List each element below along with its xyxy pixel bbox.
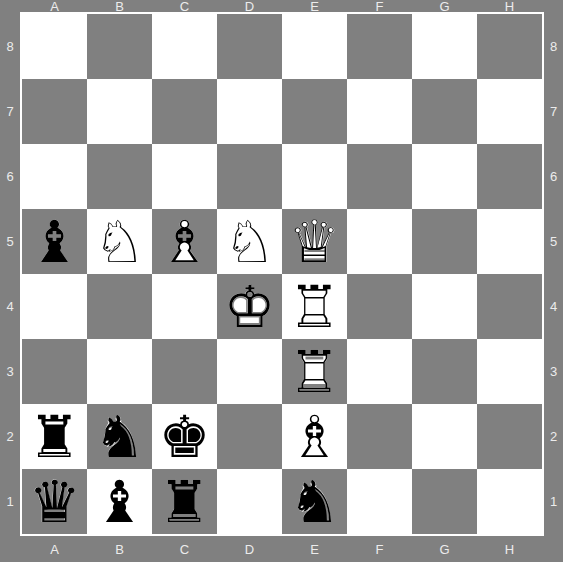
square-h6[interactable]	[477, 144, 542, 209]
square-e7[interactable]	[282, 79, 347, 144]
white-bishop-outline-glyph: ♗	[282, 404, 347, 469]
piece-black-knight[interactable]: ♘♞	[282, 469, 347, 534]
square-g5[interactable]	[412, 209, 477, 274]
square-h3[interactable]	[477, 339, 542, 404]
square-b4[interactable]	[87, 274, 152, 339]
chess-board: ♗♝♞♘♝♗♞♘♛♕♚♔♜♖♜♖♖♜♘♞♔♚♝♗♕♛♗♝♖♜♘♞	[20, 12, 544, 536]
piece-white-king[interactable]: ♚♔	[217, 274, 282, 339]
white-king-outline-glyph: ♔	[217, 274, 282, 339]
square-f7[interactable]	[347, 79, 412, 144]
white-rook-outline-glyph: ♖	[282, 274, 347, 339]
square-a4[interactable]	[22, 274, 87, 339]
file-label-bottom-c: C	[152, 538, 217, 562]
black-bishop-outline-glyph: ♝	[22, 209, 87, 274]
black-bishop-outline-glyph: ♝	[87, 469, 152, 534]
square-a8[interactable]	[22, 14, 87, 79]
square-e4[interactable]: ♜♖	[282, 274, 347, 339]
rank-label-right-8: 8	[544, 14, 563, 79]
file-label-bottom-g: G	[412, 538, 477, 562]
square-d5[interactable]: ♞♘	[217, 209, 282, 274]
square-e2[interactable]: ♝♗	[282, 404, 347, 469]
piece-black-bishop[interactable]: ♗♝	[22, 209, 87, 274]
white-knight-outline-glyph: ♘	[87, 209, 152, 274]
piece-black-bishop[interactable]: ♗♝	[87, 469, 152, 534]
square-b5[interactable]: ♞♘	[87, 209, 152, 274]
square-f1[interactable]	[347, 469, 412, 534]
square-g6[interactable]	[412, 144, 477, 209]
rank-label-left-4: 4	[0, 274, 20, 339]
square-e8[interactable]	[282, 14, 347, 79]
rank-label-left-7: 7	[0, 79, 20, 144]
square-c3[interactable]	[152, 339, 217, 404]
square-b2[interactable]: ♘♞	[87, 404, 152, 469]
rank-label-right-2: 2	[544, 404, 563, 469]
rank-label-right-1: 1	[544, 469, 563, 534]
square-g2[interactable]	[412, 404, 477, 469]
square-a2[interactable]: ♖♜	[22, 404, 87, 469]
black-knight-outline-glyph: ♞	[87, 404, 152, 469]
square-h1[interactable]	[477, 469, 542, 534]
square-d2[interactable]	[217, 404, 282, 469]
piece-black-rook[interactable]: ♖♜	[152, 469, 217, 534]
square-a7[interactable]	[22, 79, 87, 144]
rank-labels-left: 87654321	[0, 14, 20, 534]
square-c2[interactable]: ♔♚	[152, 404, 217, 469]
square-f5[interactable]	[347, 209, 412, 274]
piece-white-knight[interactable]: ♞♘	[217, 209, 282, 274]
chess-diagram: ABCDEFGH 87654321 ♗♝♞♘♝♗♞♘♛♕♚♔♜♖♜♖♖♜♘♞♔♚…	[0, 0, 563, 562]
file-label-bottom-d: D	[217, 538, 282, 562]
square-c8[interactable]	[152, 14, 217, 79]
square-e6[interactable]	[282, 144, 347, 209]
white-rook-outline-glyph: ♖	[282, 339, 347, 404]
black-queen-outline-glyph: ♛	[22, 469, 87, 534]
square-a3[interactable]	[22, 339, 87, 404]
square-g4[interactable]	[412, 274, 477, 339]
square-b6[interactable]	[87, 144, 152, 209]
rank-label-left-5: 5	[0, 209, 20, 274]
square-g3[interactable]	[412, 339, 477, 404]
square-c1[interactable]: ♖♜	[152, 469, 217, 534]
rank-label-right-5: 5	[544, 209, 563, 274]
square-f4[interactable]	[347, 274, 412, 339]
square-d7[interactable]	[217, 79, 282, 144]
square-c4[interactable]	[152, 274, 217, 339]
square-f2[interactable]	[347, 404, 412, 469]
rank-label-right-6: 6	[544, 144, 563, 209]
file-label-bottom-e: E	[282, 538, 347, 562]
square-f8[interactable]	[347, 14, 412, 79]
square-h7[interactable]	[477, 79, 542, 144]
rank-label-left-2: 2	[0, 404, 20, 469]
file-label-bottom-b: B	[87, 538, 152, 562]
black-knight-outline-glyph: ♞	[282, 469, 347, 534]
square-a1[interactable]: ♕♛	[22, 469, 87, 534]
piece-black-rook[interactable]: ♖♜	[22, 404, 87, 469]
piece-white-queen[interactable]: ♛♕	[282, 209, 347, 274]
file-label-bottom-f: F	[347, 538, 412, 562]
rank-labels-right: 87654321	[544, 14, 563, 534]
square-h5[interactable]	[477, 209, 542, 274]
square-d8[interactable]	[217, 14, 282, 79]
rank-label-left-3: 3	[0, 339, 20, 404]
black-rook-outline-glyph: ♜	[152, 469, 217, 534]
square-d6[interactable]	[217, 144, 282, 209]
square-c6[interactable]	[152, 144, 217, 209]
square-d4[interactable]: ♚♔	[217, 274, 282, 339]
square-e3[interactable]: ♜♖	[282, 339, 347, 404]
square-e5[interactable]: ♛♕	[282, 209, 347, 274]
square-a6[interactable]	[22, 144, 87, 209]
square-c7[interactable]	[152, 79, 217, 144]
square-f6[interactable]	[347, 144, 412, 209]
black-rook-outline-glyph: ♜	[22, 404, 87, 469]
square-b3[interactable]	[87, 339, 152, 404]
piece-white-rook[interactable]: ♜♖	[282, 339, 347, 404]
rank-label-left-6: 6	[0, 144, 20, 209]
black-king-outline-glyph: ♚	[152, 404, 217, 469]
square-c5[interactable]: ♝♗	[152, 209, 217, 274]
file-labels-bottom: ABCDEFGH	[22, 538, 542, 562]
square-h4[interactable]	[477, 274, 542, 339]
square-d3[interactable]	[217, 339, 282, 404]
square-b8[interactable]	[87, 14, 152, 79]
square-g7[interactable]	[412, 79, 477, 144]
piece-black-knight[interactable]: ♘♞	[87, 404, 152, 469]
white-bishop-outline-glyph: ♗	[152, 209, 217, 274]
white-knight-outline-glyph: ♘	[217, 209, 282, 274]
square-g1[interactable]	[412, 469, 477, 534]
square-b7[interactable]	[87, 79, 152, 144]
square-b1[interactable]: ♗♝	[87, 469, 152, 534]
rank-label-left-8: 8	[0, 14, 20, 79]
piece-white-bishop[interactable]: ♝♗	[152, 209, 217, 274]
square-h8[interactable]	[477, 14, 542, 79]
rank-label-right-7: 7	[544, 79, 563, 144]
square-f3[interactable]	[347, 339, 412, 404]
square-h2[interactable]	[477, 404, 542, 469]
piece-white-rook[interactable]: ♜♖	[282, 274, 347, 339]
piece-white-knight[interactable]: ♞♘	[87, 209, 152, 274]
square-d1[interactable]	[217, 469, 282, 534]
white-queen-outline-glyph: ♕	[282, 209, 347, 274]
rank-label-right-3: 3	[544, 339, 563, 404]
rank-label-right-4: 4	[544, 274, 563, 339]
piece-white-bishop[interactable]: ♝♗	[282, 404, 347, 469]
square-g8[interactable]	[412, 14, 477, 79]
piece-black-queen[interactable]: ♕♛	[22, 469, 87, 534]
file-label-bottom-a: A	[22, 538, 87, 562]
rank-label-left-1: 1	[0, 469, 20, 534]
square-a5[interactable]: ♗♝	[22, 209, 87, 274]
square-e1[interactable]: ♘♞	[282, 469, 347, 534]
file-label-bottom-h: H	[477, 538, 542, 562]
piece-black-king[interactable]: ♔♚	[152, 404, 217, 469]
